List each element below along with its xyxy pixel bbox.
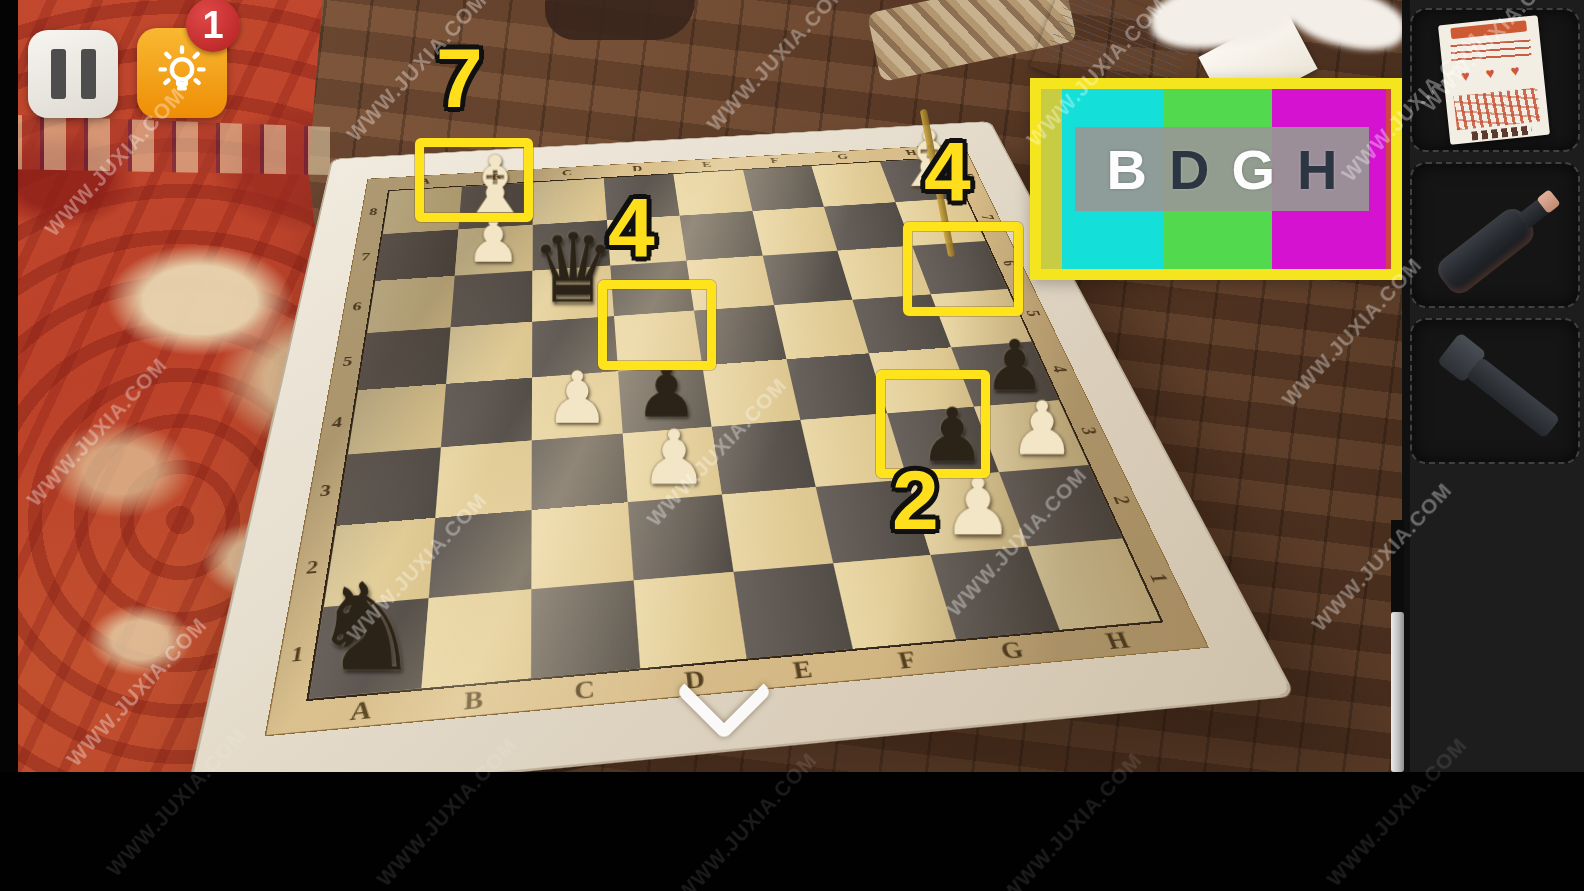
square-c3 <box>532 433 628 510</box>
highlight-box-1 <box>598 280 716 370</box>
file-label-G: G <box>836 152 850 162</box>
square-a4 <box>348 384 446 454</box>
lightbulb-icon <box>153 44 211 102</box>
highlight-number-0: 7 <box>436 36 483 120</box>
file-label-B: B <box>463 685 483 717</box>
square-b7: ♟ <box>454 225 532 276</box>
file-label-C: C <box>574 675 595 706</box>
square-d2 <box>627 495 733 580</box>
rank-label-6: 6 <box>351 300 362 314</box>
square-e2 <box>722 487 833 571</box>
rank-label-5: 5 <box>342 354 354 369</box>
square-b6 <box>450 271 532 327</box>
square-h2 <box>999 465 1123 546</box>
rank-label-1: 1 <box>1144 572 1173 583</box>
rank-label-7: 7 <box>360 251 371 264</box>
bottle-item <box>1433 181 1568 299</box>
rank-label-3: 3 <box>1076 426 1102 435</box>
rank-label-2: 2 <box>1108 495 1135 505</box>
letterbox-bottom <box>0 772 1584 891</box>
close-view-button[interactable] <box>668 662 772 746</box>
file-label-C: C <box>562 168 572 179</box>
inventory-slot-bottle[interactable] <box>1410 162 1580 308</box>
code-letters: BDGH <box>1075 127 1369 211</box>
rank-label-5: 5 <box>1021 310 1044 317</box>
rank-label-8: 8 <box>368 206 378 218</box>
scrollbar-track <box>1391 520 1404 612</box>
hint-count-badge: 1 <box>186 0 240 52</box>
inventory-sidebar: ♥ ♥ ♥ <box>1402 0 1584 891</box>
square-c2 <box>531 502 633 589</box>
square-b2 <box>428 510 531 598</box>
pause-icon <box>81 49 96 99</box>
letterbox-left <box>0 0 18 772</box>
file-label-E: E <box>701 160 712 171</box>
highlight-number-3: 2 <box>892 458 939 542</box>
square-b1 <box>421 589 531 689</box>
highlight-number-1: 4 <box>608 186 655 270</box>
square-c4: ♟ <box>532 371 622 440</box>
file-label-G: G <box>997 636 1027 666</box>
white-pawn-c4[interactable]: ♟ <box>545 362 610 434</box>
flashlight-item <box>1435 331 1568 448</box>
square-a7 <box>375 229 458 281</box>
rank-label-1: 1 <box>289 642 305 667</box>
inventory-slot-flashlight[interactable] <box>1410 318 1580 464</box>
file-label-D: D <box>632 164 643 175</box>
flashlight-body <box>1466 357 1561 439</box>
square-b4 <box>440 378 532 447</box>
cushion <box>545 0 695 40</box>
square-a1: ♞ <box>309 598 428 699</box>
square-e7 <box>680 211 763 261</box>
square-a5 <box>358 327 450 390</box>
color-code-panel[interactable]: BDGH <box>1030 78 1402 280</box>
highlight-box-2 <box>903 222 1023 316</box>
code-letter-D: D <box>1169 137 1209 202</box>
square-f5 <box>774 299 869 359</box>
card-drawing <box>1453 88 1540 131</box>
room-scene: ABCDEFGH ABCDEFGH 87654321 87654321 ♝♝♟♛… <box>0 0 1402 772</box>
card-banner <box>1450 20 1527 39</box>
square-f1 <box>833 554 957 648</box>
square-a3 <box>337 447 441 526</box>
square-f6 <box>762 251 852 305</box>
pause-button[interactable] <box>28 30 118 118</box>
scrollbar-thumb[interactable] <box>1391 612 1404 772</box>
file-label-H: H <box>1102 626 1134 655</box>
highlight-box-0 <box>415 138 533 222</box>
highlight-number-2: 4 <box>924 130 971 214</box>
file-label-F: F <box>769 156 780 166</box>
square-d3: ♟ <box>622 426 722 502</box>
code-letter-B: B <box>1107 137 1147 202</box>
rank-label-4: 4 <box>1047 365 1071 373</box>
white-pawn-g2[interactable]: ♟ <box>942 468 1013 547</box>
square-f7 <box>752 206 837 255</box>
inventory-slot-love-card[interactable]: ♥ ♥ ♥ <box>1410 8 1580 152</box>
file-label-A: A <box>349 695 374 727</box>
file-label-F: F <box>895 645 919 675</box>
square-c1 <box>531 580 640 678</box>
rank-label-3: 3 <box>318 481 332 500</box>
pause-icon <box>51 49 66 99</box>
square-e1 <box>733 563 852 659</box>
code-letter-G: G <box>1231 137 1275 202</box>
square-e8 <box>673 170 752 215</box>
square-e3 <box>712 420 816 495</box>
rank-label-7: 7 <box>977 214 998 220</box>
square-e4 <box>702 359 800 426</box>
file-label-E: E <box>791 655 815 685</box>
square-b3 <box>435 440 532 518</box>
code-letter-H: H <box>1297 137 1337 202</box>
square-b5 <box>446 321 533 383</box>
rank-label-4: 4 <box>331 414 344 431</box>
love-card-item: ♥ ♥ ♥ <box>1438 15 1550 145</box>
black-knight-a1[interactable]: ♞ <box>312 568 420 689</box>
white-pawn-h3[interactable]: ♟ <box>1009 391 1075 465</box>
white-pawn-d3[interactable]: ♟ <box>640 419 708 495</box>
square-a6 <box>367 276 454 333</box>
game-screen: ABCDEFGH ABCDEFGH 87654321 87654321 ♝♝♟♛… <box>0 0 1584 891</box>
square-f8 <box>743 166 824 211</box>
